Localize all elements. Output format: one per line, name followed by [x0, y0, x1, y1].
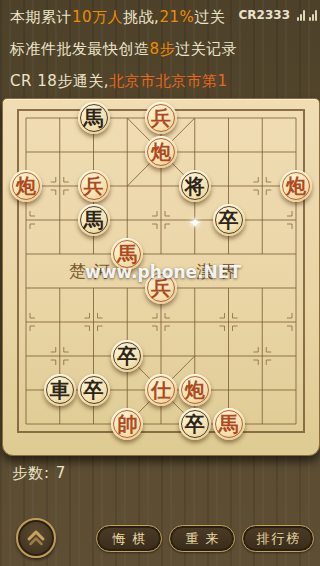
piece-black-r2c5[interactable]: 将: [179, 170, 211, 202]
header-text: 过关记录: [175, 40, 237, 58]
piece-black-r0c2[interactable]: 馬: [78, 102, 110, 134]
restart-button[interactable]: 重来: [169, 525, 235, 552]
piece-red-r5c4[interactable]: 兵: [145, 272, 177, 304]
piece-red-r8c5[interactable]: 炮: [179, 374, 211, 406]
header-highlight: 21%: [159, 8, 194, 26]
piece-red-r9c6[interactable]: 馬: [213, 408, 245, 440]
header-line-1: 本期累计10万人挑战,21%过关: [10, 8, 225, 27]
piece-black-r9c5[interactable]: 卒: [179, 408, 211, 440]
piece-black-r8c2[interactable]: 卒: [78, 374, 110, 406]
leaderboard-button[interactable]: 排行榜: [242, 525, 314, 552]
header-highlight: 10万人: [72, 8, 123, 26]
piece-black-r3c2[interactable]: 馬: [78, 204, 110, 236]
piece-black-r8c1[interactable]: 車: [44, 374, 76, 406]
river-label-left: 楚河: [69, 260, 117, 283]
piece-red-r2c8[interactable]: 炮: [280, 170, 312, 202]
collapse-button[interactable]: [16, 518, 56, 558]
header-text: 标准件批发最快创造: [10, 40, 150, 58]
chevron-up-icon: [25, 527, 47, 549]
piece-red-r0c4[interactable]: 兵: [145, 102, 177, 134]
piece-red-r2c0[interactable]: 炮: [10, 170, 42, 202]
piece-red-r2c2[interactable]: 兵: [78, 170, 110, 202]
move-counter-value: 7: [56, 464, 67, 482]
piece-red-r9c3[interactable]: 帥: [111, 408, 143, 440]
header-text: 过关: [194, 8, 225, 26]
piece-black-r7c3[interactable]: 卒: [111, 340, 143, 372]
undo-move-button[interactable]: 悔棋: [96, 525, 162, 552]
piece-red-r8c4[interactable]: 仕: [145, 374, 177, 406]
move-counter-label: 步数:: [12, 464, 50, 482]
header-rank-text: 北京市北京市第1: [109, 72, 228, 90]
piece-red-r4c3[interactable]: 馬: [111, 238, 143, 270]
signal-bars-icon: [297, 10, 317, 21]
move-counter: 步数: 7: [12, 464, 66, 483]
xiangqi-board[interactable]: 楚河 漢界 www.phone.NET ✦ 馬兵炮炮兵将炮馬卒馬兵卒車卒仕炮帥卒…: [2, 98, 320, 456]
header-line-2: 标准件批发最快创造8步过关记录: [10, 40, 237, 59]
header-line-3: CR 18步通关,北京市北京市第1: [10, 72, 228, 91]
river-label-right: 漢界: [196, 260, 244, 283]
piece-black-r3c6[interactable]: 卒: [213, 204, 245, 236]
header-highlight: 8步: [150, 40, 176, 58]
header-text: CR 18步通关,: [10, 72, 109, 90]
header-text: 本期累计: [10, 8, 72, 26]
piece-red-r1c4[interactable]: 炮: [145, 136, 177, 168]
header-text: 挑战,: [123, 8, 159, 26]
level-code-badge: CR2333: [239, 8, 290, 22]
